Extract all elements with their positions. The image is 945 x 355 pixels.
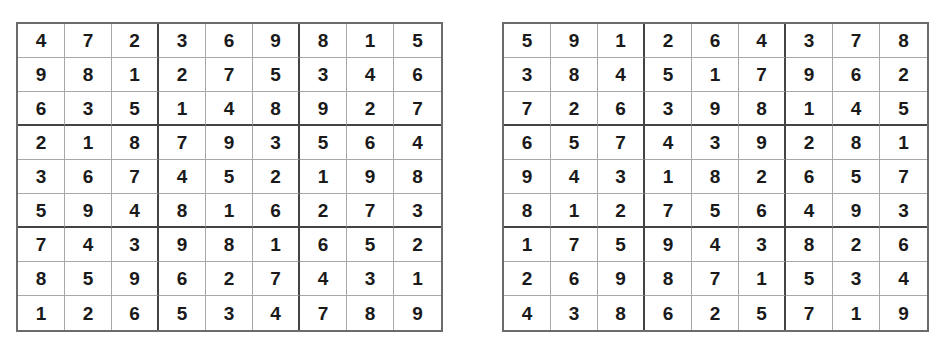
cell-r9c4: 6 xyxy=(645,296,692,330)
cell-r1c5: 6 xyxy=(206,24,253,58)
cell-r9c8: 8 xyxy=(347,296,394,330)
cell-r6c3: 2 xyxy=(598,194,645,228)
cell-r9c7: 7 xyxy=(300,296,347,330)
cell-r9c5: 3 xyxy=(206,296,253,330)
cell-r7c8: 2 xyxy=(833,228,880,262)
cell-r2c7: 3 xyxy=(300,58,347,92)
cell-r2c8: 4 xyxy=(347,58,394,92)
cell-r3c1: 6 xyxy=(18,92,65,126)
cell-r3c4: 1 xyxy=(159,92,206,126)
cell-r5c8: 9 xyxy=(347,160,394,194)
cell-r5c5: 8 xyxy=(692,160,739,194)
cell-r5c5: 5 xyxy=(206,160,253,194)
cell-r2c4: 2 xyxy=(159,58,206,92)
cell-r9c7: 7 xyxy=(786,296,833,330)
cell-r5c3: 7 xyxy=(112,160,159,194)
cell-r7c9: 6 xyxy=(880,228,927,262)
cell-r2c1: 3 xyxy=(504,58,551,92)
cell-r6c2: 1 xyxy=(551,194,598,228)
cell-r8c3: 9 xyxy=(112,262,159,296)
cell-r8c2: 6 xyxy=(551,262,598,296)
cell-r2c3: 4 xyxy=(598,58,645,92)
cell-r4c8: 8 xyxy=(833,126,880,160)
cell-r2c6: 5 xyxy=(253,58,300,92)
cell-r1c6: 9 xyxy=(253,24,300,58)
cell-r5c7: 6 xyxy=(786,160,833,194)
cell-r4c4: 7 xyxy=(159,126,206,160)
cell-r5c9: 7 xyxy=(880,160,927,194)
cell-r7c5: 4 xyxy=(692,228,739,262)
cell-r9c5: 2 xyxy=(692,296,739,330)
cell-r1c8: 7 xyxy=(833,24,880,58)
cell-r4c4: 4 xyxy=(645,126,692,160)
cell-r8c1: 8 xyxy=(18,262,65,296)
cell-r8c5: 7 xyxy=(692,262,739,296)
cell-r6c5: 1 xyxy=(206,194,253,228)
cell-r5c8: 5 xyxy=(833,160,880,194)
cell-r9c3: 8 xyxy=(598,296,645,330)
cell-r7c1: 7 xyxy=(18,228,65,262)
cell-r7c9: 2 xyxy=(394,228,441,262)
cell-r1c2: 9 xyxy=(551,24,598,58)
cell-r6c9: 3 xyxy=(394,194,441,228)
cell-r8c9: 1 xyxy=(394,262,441,296)
cell-r3c8: 2 xyxy=(347,92,394,126)
cell-r1c8: 1 xyxy=(347,24,394,58)
cell-r2c2: 8 xyxy=(65,58,112,92)
cell-r3c5: 9 xyxy=(692,92,739,126)
cell-r5c2: 6 xyxy=(65,160,112,194)
cell-r5c6: 2 xyxy=(739,160,786,194)
cell-r2c5: 1 xyxy=(692,58,739,92)
cell-r5c6: 2 xyxy=(253,160,300,194)
cell-r1c4: 2 xyxy=(645,24,692,58)
cell-r3c1: 7 xyxy=(504,92,551,126)
cell-r9c4: 5 xyxy=(159,296,206,330)
cell-r2c4: 5 xyxy=(645,58,692,92)
cell-r4c6: 3 xyxy=(253,126,300,160)
cell-r6c9: 3 xyxy=(880,194,927,228)
cell-r3c8: 4 xyxy=(833,92,880,126)
cell-r2c3: 1 xyxy=(112,58,159,92)
cell-r1c3: 1 xyxy=(598,24,645,58)
cell-r3c7: 1 xyxy=(786,92,833,126)
cell-r9c6: 5 xyxy=(739,296,786,330)
cell-r6c5: 5 xyxy=(692,194,739,228)
cell-r4c5: 3 xyxy=(692,126,739,160)
cell-r7c6: 1 xyxy=(253,228,300,262)
cell-r6c2: 9 xyxy=(65,194,112,228)
cell-r8c6: 1 xyxy=(739,262,786,296)
cell-r1c1: 5 xyxy=(504,24,551,58)
cell-r1c1: 4 xyxy=(18,24,65,58)
cell-r3c6: 8 xyxy=(739,92,786,126)
cell-r9c6: 4 xyxy=(253,296,300,330)
cell-r1c7: 3 xyxy=(786,24,833,58)
cell-r6c4: 7 xyxy=(645,194,692,228)
cell-r6c3: 4 xyxy=(112,194,159,228)
cell-r9c1: 4 xyxy=(504,296,551,330)
cell-r3c2: 3 xyxy=(65,92,112,126)
cell-r7c2: 7 xyxy=(551,228,598,262)
cell-r7c7: 6 xyxy=(300,228,347,262)
cell-r4c3: 8 xyxy=(112,126,159,160)
cell-r4c2: 5 xyxy=(551,126,598,160)
sudoku-grid-right: 5912643783845179627263981456574392819431… xyxy=(502,22,929,332)
cell-r9c8: 1 xyxy=(833,296,880,330)
cell-r6c7: 2 xyxy=(300,194,347,228)
cell-r1c4: 3 xyxy=(159,24,206,58)
cell-r4c5: 9 xyxy=(206,126,253,160)
cell-r8c1: 2 xyxy=(504,262,551,296)
cell-r7c6: 3 xyxy=(739,228,786,262)
cell-r8c4: 8 xyxy=(645,262,692,296)
cell-r9c1: 1 xyxy=(18,296,65,330)
cell-r1c7: 8 xyxy=(300,24,347,58)
sudoku-grid-left: 4723698159812753466351489272187935643674… xyxy=(16,22,443,332)
cell-r4c1: 6 xyxy=(504,126,551,160)
cell-r5c7: 1 xyxy=(300,160,347,194)
cell-r2c6: 7 xyxy=(739,58,786,92)
cell-r6c8: 9 xyxy=(833,194,880,228)
cell-r8c9: 4 xyxy=(880,262,927,296)
cell-r5c4: 4 xyxy=(159,160,206,194)
cell-r8c7: 5 xyxy=(786,262,833,296)
cell-r6c8: 7 xyxy=(347,194,394,228)
cell-r3c4: 3 xyxy=(645,92,692,126)
cell-r7c7: 8 xyxy=(786,228,833,262)
cell-r7c5: 8 xyxy=(206,228,253,262)
cell-r5c1: 3 xyxy=(18,160,65,194)
cell-r7c4: 9 xyxy=(159,228,206,262)
cell-r1c5: 6 xyxy=(692,24,739,58)
cell-r4c2: 1 xyxy=(65,126,112,160)
cell-r6c6: 6 xyxy=(739,194,786,228)
cell-r1c9: 8 xyxy=(880,24,927,58)
cell-r4c9: 1 xyxy=(880,126,927,160)
cell-r2c2: 8 xyxy=(551,58,598,92)
cell-r4c1: 2 xyxy=(18,126,65,160)
cell-r7c2: 4 xyxy=(65,228,112,262)
cell-r1c2: 7 xyxy=(65,24,112,58)
cell-r5c4: 1 xyxy=(645,160,692,194)
cell-r4c7: 5 xyxy=(300,126,347,160)
cell-r8c5: 2 xyxy=(206,262,253,296)
cell-r3c6: 8 xyxy=(253,92,300,126)
cell-r7c1: 1 xyxy=(504,228,551,262)
cell-r3c3: 6 xyxy=(598,92,645,126)
cell-r3c9: 7 xyxy=(394,92,441,126)
cell-r4c9: 4 xyxy=(394,126,441,160)
cell-r1c9: 5 xyxy=(394,24,441,58)
cell-r2c1: 9 xyxy=(18,58,65,92)
cell-r5c3: 3 xyxy=(598,160,645,194)
cell-r7c3: 3 xyxy=(112,228,159,262)
cell-r5c1: 9 xyxy=(504,160,551,194)
cell-r1c6: 4 xyxy=(739,24,786,58)
cell-r8c8: 3 xyxy=(833,262,880,296)
cell-r7c3: 5 xyxy=(598,228,645,262)
cell-r9c9: 9 xyxy=(880,296,927,330)
cell-r3c9: 5 xyxy=(880,92,927,126)
cell-r9c2: 2 xyxy=(65,296,112,330)
cell-r6c6: 6 xyxy=(253,194,300,228)
cell-r2c8: 6 xyxy=(833,58,880,92)
cell-r5c9: 8 xyxy=(394,160,441,194)
cell-r8c8: 3 xyxy=(347,262,394,296)
cell-r9c2: 3 xyxy=(551,296,598,330)
cell-r8c4: 6 xyxy=(159,262,206,296)
cell-r4c8: 6 xyxy=(347,126,394,160)
cell-r8c6: 7 xyxy=(253,262,300,296)
cell-r6c1: 8 xyxy=(504,194,551,228)
cell-r6c4: 8 xyxy=(159,194,206,228)
cell-r6c7: 4 xyxy=(786,194,833,228)
cell-r3c2: 2 xyxy=(551,92,598,126)
cell-r6c1: 5 xyxy=(18,194,65,228)
cell-r2c5: 7 xyxy=(206,58,253,92)
cell-r8c7: 4 xyxy=(300,262,347,296)
cell-r3c5: 4 xyxy=(206,92,253,126)
cell-r4c7: 2 xyxy=(786,126,833,160)
cell-r2c9: 2 xyxy=(880,58,927,92)
cell-r8c2: 5 xyxy=(65,262,112,296)
cell-r7c8: 5 xyxy=(347,228,394,262)
cell-r5c2: 4 xyxy=(551,160,598,194)
cell-r7c4: 9 xyxy=(645,228,692,262)
cell-r1c3: 2 xyxy=(112,24,159,58)
cell-r2c9: 6 xyxy=(394,58,441,92)
cell-r4c6: 9 xyxy=(739,126,786,160)
page: 4723698159812753466351489272187935643674… xyxy=(0,0,945,355)
cell-r9c3: 6 xyxy=(112,296,159,330)
cell-r3c7: 9 xyxy=(300,92,347,126)
cell-r2c7: 9 xyxy=(786,58,833,92)
cell-r8c3: 9 xyxy=(598,262,645,296)
cell-r4c3: 7 xyxy=(598,126,645,160)
cell-r9c9: 9 xyxy=(394,296,441,330)
cell-r3c3: 5 xyxy=(112,92,159,126)
